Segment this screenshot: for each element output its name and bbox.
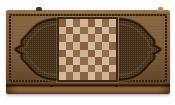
- left-hinge: [36, 7, 42, 11]
- square-r6c1: [59, 57, 66, 65]
- square-r7c6: [95, 65, 102, 73]
- square-r7c5: [88, 65, 95, 73]
- square-r4c7: [102, 42, 109, 50]
- square-r2c8: [109, 27, 116, 35]
- square-r4c5: [88, 42, 95, 50]
- carved-frame-top: [9, 14, 167, 16]
- square-r7c3: [73, 65, 80, 73]
- left-carved-panel: [8, 17, 57, 82]
- square-r2c1: [59, 27, 66, 35]
- square-r1c4: [80, 19, 87, 27]
- square-r7c7: [102, 65, 109, 73]
- left-clasp: [50, 85, 53, 87]
- square-r4c2: [66, 42, 73, 50]
- square-r7c4: [80, 65, 87, 73]
- square-r1c3: [73, 19, 80, 27]
- square-r5c4: [80, 50, 87, 58]
- product-photo-background: [0, 0, 175, 105]
- square-r6c5: [88, 57, 95, 65]
- square-r8c3: [73, 72, 80, 80]
- square-r2c4: [80, 27, 87, 35]
- square-r8c8: [109, 72, 116, 80]
- square-r8c7: [102, 72, 109, 80]
- square-r8c2: [66, 72, 73, 80]
- square-r5c3: [73, 50, 80, 58]
- square-r6c3: [73, 57, 80, 65]
- chessboard: [57, 17, 118, 82]
- square-r6c7: [102, 57, 109, 65]
- ogee-medallion-icon: [8, 17, 57, 82]
- square-r6c6: [95, 57, 102, 65]
- square-r3c2: [66, 34, 73, 42]
- square-r5c7: [102, 50, 109, 58]
- square-r6c2: [66, 57, 73, 65]
- square-r5c5: [88, 50, 95, 58]
- square-r7c1: [59, 65, 66, 73]
- ogee-medallion-icon: [119, 17, 168, 82]
- chessboard-grid: [59, 19, 116, 80]
- square-r1c8: [109, 19, 116, 27]
- square-r1c5: [88, 19, 95, 27]
- square-r4c3: [73, 42, 80, 50]
- square-r3c4: [80, 34, 87, 42]
- square-r7c8: [109, 65, 116, 73]
- square-r1c2: [66, 19, 73, 27]
- right-carved-panel: [119, 17, 168, 82]
- square-r8c1: [59, 72, 66, 80]
- square-r4c4: [80, 42, 87, 50]
- square-r8c5: [88, 72, 95, 80]
- square-r2c7: [102, 27, 109, 35]
- square-r7c2: [66, 65, 73, 73]
- square-r2c2: [66, 27, 73, 35]
- square-r3c1: [59, 34, 66, 42]
- square-r1c7: [102, 19, 109, 27]
- right-hinge: [158, 7, 163, 11]
- square-r4c1: [59, 42, 66, 50]
- square-r5c1: [59, 50, 66, 58]
- square-r3c8: [109, 34, 116, 42]
- square-r3c6: [95, 34, 102, 42]
- square-r3c5: [88, 34, 95, 42]
- square-r4c8: [109, 42, 116, 50]
- square-r2c3: [73, 27, 80, 35]
- square-r8c4: [80, 72, 87, 80]
- square-r5c6: [95, 50, 102, 58]
- square-r8c6: [95, 72, 102, 80]
- square-r5c8: [109, 50, 116, 58]
- backgammon-case: [6, 10, 170, 94]
- square-r2c6: [95, 27, 102, 35]
- case-side-band: [6, 84, 170, 94]
- square-r3c3: [73, 34, 80, 42]
- square-r6c8: [109, 57, 116, 65]
- right-clasp: [115, 85, 118, 87]
- case-lid: [6, 10, 170, 84]
- square-r5c2: [66, 50, 73, 58]
- square-r2c5: [88, 27, 95, 35]
- square-r6c4: [80, 57, 87, 65]
- square-r1c1: [59, 19, 66, 27]
- square-r3c7: [102, 34, 109, 42]
- square-r1c6: [95, 19, 102, 27]
- square-r4c6: [95, 42, 102, 50]
